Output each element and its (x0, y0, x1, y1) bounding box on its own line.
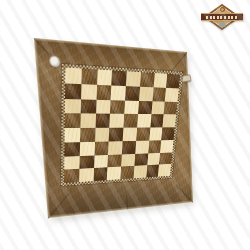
square-e4 (123, 128, 137, 141)
clasp-knob (49, 55, 61, 67)
badge-ribbon (201, 13, 243, 21)
square-c2 (94, 155, 109, 169)
square-d2 (108, 154, 122, 167)
square-c6 (96, 99, 111, 114)
square-a4 (65, 128, 81, 142)
square-a1 (64, 169, 79, 183)
square-e8 (126, 71, 141, 86)
square-b5 (80, 114, 95, 128)
square-b6 (80, 99, 96, 114)
badge-crest-icon (220, 7, 225, 12)
square-b2 (79, 155, 94, 169)
square-e5 (123, 114, 137, 128)
square-b4 (80, 128, 95, 142)
square-f1 (133, 165, 147, 178)
square-h1 (158, 164, 171, 177)
frame-mitre-seam (48, 193, 70, 219)
square-f6 (138, 100, 152, 114)
square-e1 (120, 166, 134, 179)
square-h4 (161, 127, 174, 140)
square-b7 (81, 84, 97, 99)
square-c3 (94, 141, 109, 155)
square-a3 (64, 142, 79, 156)
badge-art-icon (219, 23, 226, 27)
brand-badge (201, 2, 243, 31)
square-d4 (109, 128, 124, 142)
square-f2 (134, 153, 148, 166)
product-photo (0, 0, 250, 250)
square-f7 (139, 86, 153, 100)
square-d5 (109, 114, 124, 128)
board-grid (64, 67, 180, 183)
square-h6 (164, 101, 178, 114)
frame-mitre-seam (170, 52, 187, 72)
square-c4 (95, 128, 110, 142)
square-a6 (65, 98, 81, 113)
square-a2 (64, 156, 79, 170)
badge-ribbon-text (206, 16, 238, 19)
square-d1 (107, 167, 121, 180)
square-b8 (81, 68, 97, 84)
square-e2 (121, 153, 135, 166)
square-c7 (96, 85, 111, 100)
square-f8 (140, 72, 155, 87)
square-d6 (110, 100, 125, 114)
frame-joint-seam (126, 195, 128, 209)
square-c1 (93, 167, 107, 181)
square-f4 (136, 127, 150, 140)
square-a7 (65, 83, 81, 99)
square-h2 (159, 152, 172, 165)
square-c5 (95, 114, 110, 128)
square-a5 (65, 113, 81, 128)
square-d7 (111, 85, 126, 100)
square-c8 (97, 69, 113, 85)
square-f3 (135, 140, 149, 153)
square-e7 (125, 86, 140, 101)
square-d8 (112, 70, 127, 85)
square-d3 (108, 141, 122, 155)
square-f5 (137, 114, 151, 127)
square-h5 (163, 114, 177, 127)
square-b1 (79, 168, 94, 182)
square-b3 (79, 142, 94, 156)
square-e6 (124, 100, 139, 114)
frame-mitre-seam (175, 184, 193, 203)
square-h8 (166, 74, 180, 88)
board-inlay-border (61, 64, 183, 186)
square-h3 (160, 140, 173, 153)
square-h7 (165, 88, 179, 102)
square-a8 (65, 67, 81, 83)
square-e3 (122, 141, 136, 154)
